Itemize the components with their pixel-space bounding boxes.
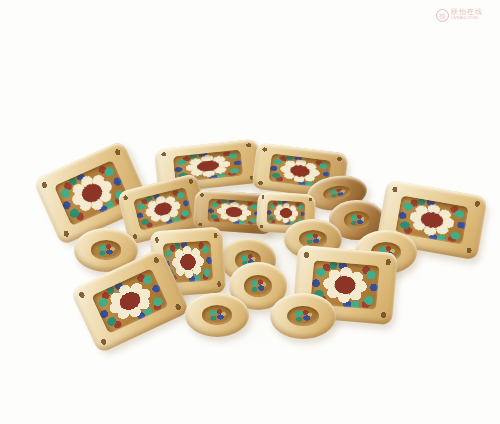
inlay-floret [91,268,169,334]
watermark-text-column: 联拍在线 LIVEAUCTION [451,8,484,21]
inlay-floret [207,198,261,226]
watermark-text: 联拍在线 [451,8,484,15]
inlay-floret [133,187,193,232]
watermark-seal-icon: 拍 [436,9,449,22]
jade-ring [270,293,336,339]
inlay-specks [287,306,319,326]
jade-ring [185,293,249,337]
inlay-specks [202,305,233,324]
watermark-subtext: LIVEAUCTION [451,16,478,20]
watermark: 拍 联拍在线 LIVEAUCTION [436,8,484,22]
inlay-specks [244,275,272,296]
inlay-specks [344,211,371,229]
photo-stage [0,0,500,424]
inlay-floret [54,160,131,226]
inlay-specks [91,240,122,259]
inlay-specks [322,184,353,203]
watermark-seal-glyph: 拍 [440,13,446,19]
auction-photo: 拍 联拍在线 LIVEAUCTION [0,0,500,424]
